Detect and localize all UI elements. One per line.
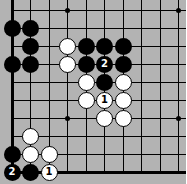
black-stone [4,146,21,163]
black-stone-move-2: 2 [96,56,113,73]
white-stone-move-1: 1 [41,164,58,181]
white-stone [59,38,76,55]
black-stone [96,38,113,55]
black-stone [4,20,21,37]
grid-line-vertical [178,0,179,174]
white-stone [78,74,95,91]
black-stone [96,74,113,91]
black-stone [115,56,132,73]
grid-line-vertical [141,0,142,174]
grid-line-vertical [160,0,161,174]
star-point [65,8,70,13]
white-stone [96,110,113,127]
black-stone-move-2: 2 [4,164,21,181]
white-stone [59,56,76,73]
white-stone [22,146,39,163]
white-stone-move-1: 1 [96,92,113,109]
white-stone [115,92,132,109]
white-stone [78,92,95,109]
go-board: 2121 [0,0,186,184]
go-diagram: 2121 [0,0,186,184]
black-stone [22,38,39,55]
white-stone [41,146,58,163]
black-stone [22,20,39,37]
black-stone [78,38,95,55]
white-stone [115,110,132,127]
grid-line-horizontal [11,10,187,11]
black-stone [78,56,95,73]
white-stone [115,74,132,91]
black-stone [22,164,39,181]
white-stone [22,128,39,145]
black-stone [4,56,21,73]
grid-line-vertical [67,0,68,174]
star-point [65,116,70,121]
star-point [176,8,181,13]
black-stone [22,56,39,73]
star-point [176,116,181,121]
black-stone [115,38,132,55]
